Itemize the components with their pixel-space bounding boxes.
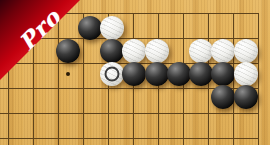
white-stone <box>100 16 124 40</box>
black-stone <box>145 62 169 86</box>
black-stone <box>78 16 102 40</box>
black-stone <box>56 39 80 63</box>
black-stone <box>100 39 124 63</box>
black-stone <box>122 62 146 86</box>
white-stone <box>234 62 258 86</box>
black-stone <box>167 62 191 86</box>
black-stone <box>189 62 213 86</box>
white-stone <box>122 39 146 63</box>
grid-hline <box>0 138 259 139</box>
grid-vline <box>58 13 59 145</box>
white-stone <box>234 39 258 63</box>
grid-vline <box>258 13 259 145</box>
white-stone <box>145 39 169 63</box>
white-stone-last-move <box>100 62 124 86</box>
grid-hline <box>0 113 259 114</box>
white-stone <box>211 39 235 63</box>
last-move-circle-marker <box>105 67 120 82</box>
star-point <box>66 72 70 76</box>
tsumego-app-screenshot: Pro <box>0 0 270 145</box>
white-stone <box>189 39 213 63</box>
black-stone <box>211 62 235 86</box>
black-stone <box>234 85 258 109</box>
black-stone <box>211 85 235 109</box>
